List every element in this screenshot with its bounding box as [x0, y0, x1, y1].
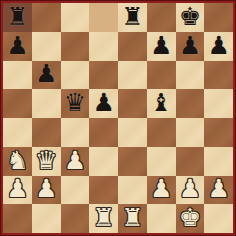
black-king-g8[interactable]: ♚: [179, 4, 201, 29]
square-d2[interactable]: [89, 176, 118, 205]
square-a3[interactable]: ♞: [3, 147, 32, 176]
square-f8[interactable]: [147, 3, 176, 32]
square-a2[interactable]: ♟: [3, 176, 32, 205]
square-f7[interactable]: ♟: [147, 32, 176, 61]
black-bishop-f5[interactable]: ♝: [150, 90, 172, 115]
square-h7[interactable]: ♟: [204, 32, 233, 61]
chess-board-frame: ♜♜♚♟♟♟♟♟♛♟♝♞♛♟♟♟♟♟♟♜♜♚: [0, 0, 236, 236]
square-f3[interactable]: [147, 147, 176, 176]
black-pawn-h7[interactable]: ♟: [207, 33, 229, 58]
square-c5[interactable]: ♛: [61, 89, 90, 118]
white-rook-e1[interactable]: ♜: [121, 205, 143, 230]
square-h6[interactable]: [204, 61, 233, 90]
square-f1[interactable]: [147, 204, 176, 233]
square-c6[interactable]: [61, 61, 90, 90]
square-a4[interactable]: [3, 118, 32, 147]
square-a8[interactable]: ♜: [3, 3, 32, 32]
square-h4[interactable]: [204, 118, 233, 147]
square-g4[interactable]: [176, 118, 205, 147]
square-c1[interactable]: [61, 204, 90, 233]
square-b7[interactable]: [32, 32, 61, 61]
square-a5[interactable]: [3, 89, 32, 118]
square-f4[interactable]: [147, 118, 176, 147]
square-c2[interactable]: [61, 176, 90, 205]
black-pawn-a7[interactable]: ♟: [6, 33, 28, 58]
square-c3[interactable]: ♟: [61, 147, 90, 176]
chess-board: ♜♜♚♟♟♟♟♟♛♟♝♞♛♟♟♟♟♟♟♜♜♚: [3, 3, 233, 233]
white-pawn-h2[interactable]: ♟: [207, 176, 229, 201]
square-b4[interactable]: [32, 118, 61, 147]
black-pawn-b6[interactable]: ♟: [35, 61, 57, 86]
white-pawn-g2[interactable]: ♟: [179, 176, 201, 201]
square-h3[interactable]: [204, 147, 233, 176]
square-g7[interactable]: ♟: [176, 32, 205, 61]
square-g1[interactable]: ♚: [176, 204, 205, 233]
square-e8[interactable]: ♜: [118, 3, 147, 32]
square-g5[interactable]: [176, 89, 205, 118]
square-c4[interactable]: [61, 118, 90, 147]
square-e3[interactable]: [118, 147, 147, 176]
square-e5[interactable]: [118, 89, 147, 118]
square-b1[interactable]: [32, 204, 61, 233]
square-e2[interactable]: [118, 176, 147, 205]
white-pawn-b2[interactable]: ♟: [35, 176, 57, 201]
square-c8[interactable]: [61, 3, 90, 32]
square-d3[interactable]: [89, 147, 118, 176]
square-d1[interactable]: ♜: [89, 204, 118, 233]
square-f2[interactable]: ♟: [147, 176, 176, 205]
square-d8[interactable]: [89, 3, 118, 32]
black-pawn-d5[interactable]: ♟: [92, 90, 114, 115]
square-c7[interactable]: [61, 32, 90, 61]
square-h2[interactable]: ♟: [204, 176, 233, 205]
black-pawn-g7[interactable]: ♟: [179, 33, 201, 58]
square-b5[interactable]: [32, 89, 61, 118]
square-b2[interactable]: ♟: [32, 176, 61, 205]
square-g3[interactable]: [176, 147, 205, 176]
square-d4[interactable]: [89, 118, 118, 147]
square-b8[interactable]: [32, 3, 61, 32]
square-b6[interactable]: ♟: [32, 61, 61, 90]
white-pawn-a2[interactable]: ♟: [6, 176, 28, 201]
white-pawn-c3[interactable]: ♟: [64, 148, 86, 173]
square-h1[interactable]: [204, 204, 233, 233]
square-d6[interactable]: [89, 61, 118, 90]
square-h5[interactable]: [204, 89, 233, 118]
square-f6[interactable]: [147, 61, 176, 90]
square-g2[interactable]: ♟: [176, 176, 205, 205]
black-pawn-f7[interactable]: ♟: [150, 33, 172, 58]
black-rook-a8[interactable]: ♜: [6, 4, 28, 29]
square-d5[interactable]: ♟: [89, 89, 118, 118]
square-a1[interactable]: [3, 204, 32, 233]
square-d7[interactable]: [89, 32, 118, 61]
square-b3[interactable]: ♛: [32, 147, 61, 176]
square-e1[interactable]: ♜: [118, 204, 147, 233]
white-knight-a3[interactable]: ♞: [6, 148, 28, 173]
square-g8[interactable]: ♚: [176, 3, 205, 32]
square-a7[interactable]: ♟: [3, 32, 32, 61]
square-f5[interactable]: ♝: [147, 89, 176, 118]
square-e6[interactable]: [118, 61, 147, 90]
square-g6[interactable]: [176, 61, 205, 90]
white-queen-b3[interactable]: ♛: [35, 148, 57, 173]
square-e7[interactable]: [118, 32, 147, 61]
black-rook-e8[interactable]: ♜: [121, 4, 143, 29]
square-a6[interactable]: [3, 61, 32, 90]
white-pawn-f2[interactable]: ♟: [150, 176, 172, 201]
black-queen-c5[interactable]: ♛: [64, 90, 86, 115]
white-king-g1[interactable]: ♚: [179, 205, 201, 230]
square-h8[interactable]: [204, 3, 233, 32]
white-rook-d1[interactable]: ♜: [92, 205, 114, 230]
square-e4[interactable]: [118, 118, 147, 147]
